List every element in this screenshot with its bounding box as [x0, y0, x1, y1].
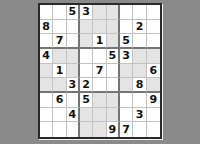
cell-r4c5[interactable] — [93, 49, 106, 64]
cell-r6c5[interactable] — [93, 78, 106, 93]
cell-r6c3[interactable]: 3 — [67, 78, 80, 93]
cell-r9c2[interactable] — [53, 122, 66, 137]
cell-r9c6[interactable]: 9 — [107, 122, 120, 137]
cell-r6c4[interactable]: 2 — [80, 78, 93, 93]
cell-r1c2[interactable] — [53, 5, 66, 20]
cell-r4c8[interactable] — [133, 49, 146, 64]
cell-r3c7[interactable]: 5 — [120, 34, 133, 49]
cell-r1c1[interactable] — [40, 5, 53, 20]
cell-r3c2[interactable]: 7 — [53, 34, 66, 49]
cell-r2c5[interactable] — [93, 20, 106, 35]
cell-r5c5[interactable]: 7 — [93, 64, 106, 79]
cell-r2c9[interactable] — [147, 20, 160, 35]
sudoku-board: 53827154531763286594397 — [38, 3, 162, 139]
cell-r6c2[interactable] — [53, 78, 66, 93]
cell-r9c8[interactable] — [133, 122, 146, 137]
cell-r7c6[interactable] — [107, 93, 120, 108]
cell-r3c5[interactable]: 1 — [93, 34, 106, 49]
cell-r3c3[interactable] — [67, 34, 80, 49]
cell-r3c9[interactable] — [147, 34, 160, 49]
cell-r1c6[interactable] — [107, 5, 120, 20]
cell-r6c7[interactable] — [120, 78, 133, 93]
cell-r9c5[interactable] — [93, 122, 106, 137]
cell-r5c7[interactable] — [120, 64, 133, 79]
cell-r4c9[interactable] — [147, 49, 160, 64]
cell-r1c3[interactable]: 5 — [67, 5, 80, 20]
cell-r5c9[interactable]: 6 — [147, 64, 160, 79]
cell-r2c8[interactable]: 2 — [133, 20, 146, 35]
cell-r9c9[interactable] — [147, 122, 160, 137]
cell-r5c8[interactable] — [133, 64, 146, 79]
cell-r8c6[interactable] — [107, 108, 120, 123]
cell-r8c1[interactable] — [40, 108, 53, 123]
cell-r2c6[interactable] — [107, 20, 120, 35]
cell-r7c2[interactable]: 6 — [53, 93, 66, 108]
cell-r4c7[interactable]: 3 — [120, 49, 133, 64]
cell-r4c6[interactable]: 5 — [107, 49, 120, 64]
cell-r2c1[interactable]: 8 — [40, 20, 53, 35]
cell-r8c5[interactable] — [93, 108, 106, 123]
cell-r9c1[interactable] — [40, 122, 53, 137]
cell-r7c8[interactable] — [133, 93, 146, 108]
cell-r1c8[interactable] — [133, 5, 146, 20]
cell-r6c1[interactable] — [40, 78, 53, 93]
cell-r7c5[interactable] — [93, 93, 106, 108]
cell-r1c9[interactable] — [147, 5, 160, 20]
cell-r4c4[interactable] — [80, 49, 93, 64]
cell-r2c3[interactable] — [67, 20, 80, 35]
cell-r7c1[interactable] — [40, 93, 53, 108]
cell-r6c8[interactable]: 8 — [133, 78, 146, 93]
cell-r9c4[interactable] — [80, 122, 93, 137]
cell-r9c3[interactable] — [67, 122, 80, 137]
cell-r2c7[interactable] — [120, 20, 133, 35]
cell-r8c3[interactable]: 4 — [67, 108, 80, 123]
cell-r5c4[interactable] — [80, 64, 93, 79]
cell-r1c5[interactable] — [93, 5, 106, 20]
cell-r7c9[interactable]: 9 — [147, 93, 160, 108]
cell-r8c2[interactable] — [53, 108, 66, 123]
cell-r7c4[interactable]: 5 — [80, 93, 93, 108]
cell-r4c3[interactable] — [67, 49, 80, 64]
cell-r7c7[interactable] — [120, 93, 133, 108]
page-background: 53827154531763286594397 — [0, 0, 200, 144]
cell-r3c8[interactable] — [133, 34, 146, 49]
cell-r5c2[interactable]: 1 — [53, 64, 66, 79]
cell-r9c7[interactable]: 7 — [120, 122, 133, 137]
cell-r3c1[interactable] — [40, 34, 53, 49]
cell-r5c3[interactable] — [67, 64, 80, 79]
cell-r1c7[interactable] — [120, 5, 133, 20]
cell-r8c8[interactable]: 3 — [133, 108, 146, 123]
cell-r8c4[interactable] — [80, 108, 93, 123]
cell-r3c6[interactable] — [107, 34, 120, 49]
cell-r6c9[interactable] — [147, 78, 160, 93]
cell-r2c4[interactable] — [80, 20, 93, 35]
cell-r1c4[interactable]: 3 — [80, 5, 93, 20]
cell-r7c3[interactable] — [67, 93, 80, 108]
cell-r5c6[interactable] — [107, 64, 120, 79]
cell-r2c2[interactable] — [53, 20, 66, 35]
cell-r3c4[interactable] — [80, 34, 93, 49]
cell-r8c9[interactable] — [147, 108, 160, 123]
cell-r6c6[interactable] — [107, 78, 120, 93]
cell-r8c7[interactable] — [120, 108, 133, 123]
cell-r5c1[interactable] — [40, 64, 53, 79]
cell-r4c1[interactable]: 4 — [40, 49, 53, 64]
cell-r4c2[interactable] — [53, 49, 66, 64]
